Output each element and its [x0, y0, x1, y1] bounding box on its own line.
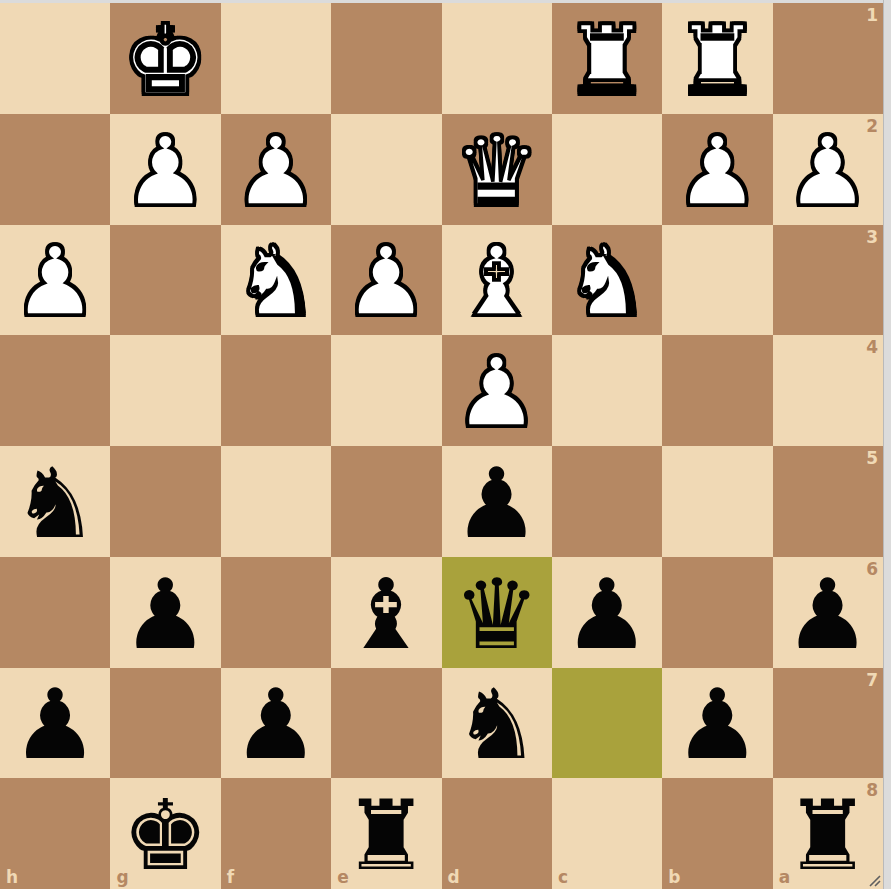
square-a4[interactable]: 4	[773, 335, 883, 446]
square-h4[interactable]	[0, 335, 110, 446]
square-e6[interactable]: ♝	[331, 557, 441, 668]
square-e2[interactable]	[331, 114, 441, 225]
rank-label-4: 4	[866, 339, 878, 356]
square-d5[interactable]: ♟	[442, 446, 552, 557]
square-f7[interactable]: ♟	[221, 668, 331, 779]
square-e1[interactable]	[331, 3, 441, 114]
square-h6[interactable]	[0, 557, 110, 668]
square-a3[interactable]: 3	[773, 225, 883, 336]
piece-white-knight[interactable]: ♞	[552, 227, 662, 338]
square-f6[interactable]	[221, 557, 331, 668]
square-c6[interactable]: ♟	[552, 557, 662, 668]
square-h1[interactable]	[0, 3, 110, 114]
piece-white-pawn[interactable]: ♟	[331, 227, 441, 338]
page: ♚♜♜1♟♟♛♟♟2♟♞♟♝♞3♟4♞♟5♟♝♛♟♟6♟♟♞♟7h♚gf♜edc…	[0, 0, 891, 889]
square-e5[interactable]	[331, 446, 441, 557]
piece-white-knight[interactable]: ♞	[221, 227, 331, 338]
rank-label-5: 5	[866, 450, 878, 467]
file-label-d: d	[448, 869, 460, 886]
square-f5[interactable]	[221, 446, 331, 557]
square-c7[interactable]	[552, 668, 662, 779]
piece-white-pawn[interactable]: ♟	[773, 116, 883, 227]
square-c5[interactable]	[552, 446, 662, 557]
square-g8[interactable]: ♚g	[110, 778, 220, 889]
piece-white-pawn[interactable]: ♟	[221, 116, 331, 227]
square-c1[interactable]: ♜	[552, 3, 662, 114]
square-d1[interactable]	[442, 3, 552, 114]
square-e4[interactable]	[331, 335, 441, 446]
board-resize-handle-icon[interactable]	[867, 873, 881, 887]
square-a7[interactable]: 7	[773, 668, 883, 779]
square-b6[interactable]	[662, 557, 772, 668]
square-g7[interactable]	[110, 668, 220, 779]
piece-black-rook[interactable]: ♜	[331, 780, 441, 889]
square-b7[interactable]: ♟	[662, 668, 772, 779]
square-h3[interactable]: ♟	[0, 225, 110, 336]
file-label-c: c	[558, 869, 568, 886]
square-f2[interactable]: ♟	[221, 114, 331, 225]
square-c4[interactable]	[552, 335, 662, 446]
square-f1[interactable]	[221, 3, 331, 114]
square-f8[interactable]: f	[221, 778, 331, 889]
file-label-b: b	[668, 869, 680, 886]
square-g4[interactable]	[110, 335, 220, 446]
piece-black-queen[interactable]: ♛	[442, 559, 552, 670]
square-d7[interactable]: ♞	[442, 668, 552, 779]
file-label-f: f	[227, 869, 234, 886]
file-label-h: h	[6, 869, 18, 886]
square-b2[interactable]: ♟	[662, 114, 772, 225]
piece-white-pawn[interactable]: ♟	[0, 227, 110, 338]
square-e3[interactable]: ♟	[331, 225, 441, 336]
piece-black-bishop[interactable]: ♝	[331, 559, 441, 670]
piece-white-pawn[interactable]: ♟	[110, 116, 220, 227]
square-d2[interactable]: ♛	[442, 114, 552, 225]
square-a6[interactable]: ♟6	[773, 557, 883, 668]
square-b5[interactable]	[662, 446, 772, 557]
square-b8[interactable]: b	[662, 778, 772, 889]
rank-label-7: 7	[866, 672, 878, 689]
square-c3[interactable]: ♞	[552, 225, 662, 336]
rank-label-1: 1	[866, 7, 878, 24]
piece-black-pawn[interactable]: ♟	[773, 559, 883, 670]
square-a1[interactable]: 1	[773, 3, 883, 114]
square-h7[interactable]: ♟	[0, 668, 110, 779]
piece-black-pawn[interactable]: ♟	[442, 448, 552, 559]
piece-black-king[interactable]: ♚	[110, 780, 220, 889]
piece-black-knight[interactable]: ♞	[0, 448, 110, 559]
square-f4[interactable]	[221, 335, 331, 446]
piece-black-pawn[interactable]: ♟	[662, 670, 772, 781]
square-d6[interactable]: ♛	[442, 557, 552, 668]
square-b3[interactable]	[662, 225, 772, 336]
window-edge-right	[883, 0, 891, 889]
square-b1[interactable]: ♜	[662, 3, 772, 114]
piece-black-pawn[interactable]: ♟	[0, 670, 110, 781]
square-d8[interactable]: d	[442, 778, 552, 889]
piece-white-pawn[interactable]: ♟	[442, 337, 552, 448]
square-g1[interactable]: ♚	[110, 3, 220, 114]
square-e7[interactable]	[331, 668, 441, 779]
square-h2[interactable]	[0, 114, 110, 225]
piece-white-pawn[interactable]: ♟	[662, 116, 772, 227]
square-b4[interactable]	[662, 335, 772, 446]
square-e8[interactable]: ♜e	[331, 778, 441, 889]
square-d4[interactable]: ♟	[442, 335, 552, 446]
rank-label-3: 3	[866, 229, 878, 246]
square-g2[interactable]: ♟	[110, 114, 220, 225]
square-g3[interactable]	[110, 225, 220, 336]
piece-black-knight[interactable]: ♞	[442, 670, 552, 781]
piece-white-queen[interactable]: ♛	[442, 116, 552, 227]
piece-black-pawn[interactable]: ♟	[221, 670, 331, 781]
piece-black-pawn[interactable]: ♟	[552, 559, 662, 670]
piece-black-pawn[interactable]: ♟	[110, 559, 220, 670]
square-c8[interactable]: c	[552, 778, 662, 889]
square-h8[interactable]: h	[0, 778, 110, 889]
piece-white-rook[interactable]: ♜	[552, 5, 662, 116]
square-c2[interactable]	[552, 114, 662, 225]
square-d3[interactable]: ♝	[442, 225, 552, 336]
chess-board[interactable]: ♚♜♜1♟♟♛♟♟2♟♞♟♝♞3♟4♞♟5♟♝♛♟♟6♟♟♞♟7h♚gf♜edc…	[0, 3, 883, 889]
square-f3[interactable]: ♞	[221, 225, 331, 336]
square-a2[interactable]: ♟2	[773, 114, 883, 225]
square-g6[interactable]: ♟	[110, 557, 220, 668]
square-a5[interactable]: 5	[773, 446, 883, 557]
piece-white-king[interactable]: ♚	[110, 5, 220, 116]
piece-white-bishop[interactable]: ♝	[442, 227, 552, 338]
square-g5[interactable]	[110, 446, 220, 557]
piece-white-rook[interactable]: ♜	[662, 5, 772, 116]
square-h5[interactable]: ♞	[0, 446, 110, 557]
